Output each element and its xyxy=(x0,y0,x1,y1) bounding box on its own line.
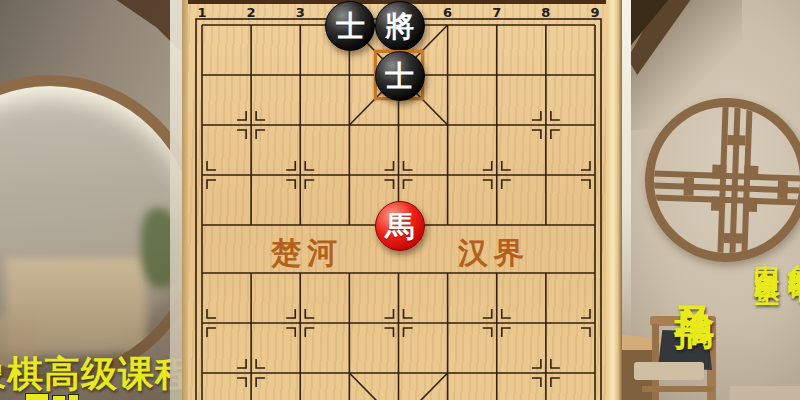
chair-stretcher xyxy=(642,386,714,392)
black-general-piece[interactable]: 將 xyxy=(375,1,425,51)
file-label-6: 6 xyxy=(437,5,459,20)
wood-beam xyxy=(0,0,182,60)
red-horse-piece[interactable]: 馬 xyxy=(375,201,425,251)
piece-glyph: 士 xyxy=(336,12,365,41)
right-caption-large: 单马擒 xyxy=(668,272,723,281)
left-caption-text: 象棋高级课程 xyxy=(0,350,182,399)
file-label-3: 3 xyxy=(289,5,311,20)
left-wall-scene: 象棋高级课程 xyxy=(0,0,182,400)
piece-glyph: 士 xyxy=(385,62,414,91)
river-label-left: 楚河 xyxy=(271,233,343,274)
right-caption-column-2: 象棋理论干 xyxy=(784,244,800,264)
xiangqi-app-screen: 象棋高级课程 123456789 楚河 汉界 士將士馬 xyxy=(0,0,800,400)
xiangqi-board[interactable]: 123456789 楚河 汉界 士將士馬 xyxy=(182,0,622,400)
river-label-right: 汉界 xyxy=(458,233,530,274)
black-advisor-piece[interactable]: 士 xyxy=(375,51,425,101)
file-label-1: 1 xyxy=(191,5,213,20)
chair-seat xyxy=(634,362,704,380)
right-wall-scene: 单马擒 中国象棋生 象棋理论干 xyxy=(622,0,800,400)
file-label-8: 8 xyxy=(535,5,557,20)
file-label-2: 2 xyxy=(240,5,262,20)
file-label-7: 7 xyxy=(486,5,508,20)
piece-glyph: 馬 xyxy=(385,212,414,241)
wall-board-gap-highlight xyxy=(170,0,182,400)
piece-glyph: 將 xyxy=(385,12,414,41)
wall-board-gap-highlight xyxy=(622,0,631,340)
file-label-9: 9 xyxy=(584,5,606,20)
right-caption-column-1: 中国象棋生 xyxy=(750,244,783,264)
floor xyxy=(730,386,800,400)
